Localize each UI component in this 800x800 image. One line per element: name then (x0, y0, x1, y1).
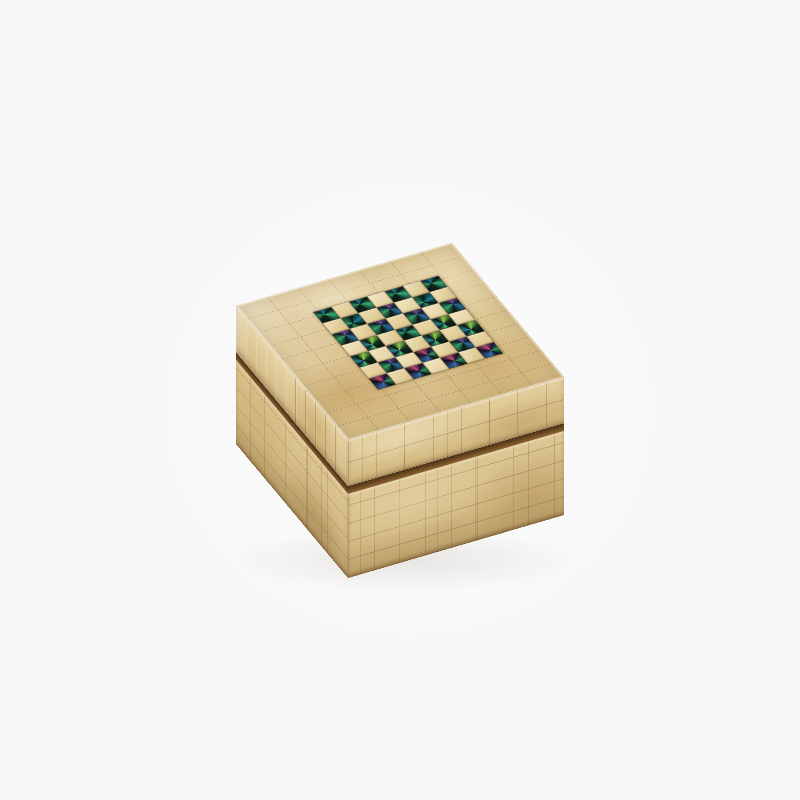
product-photo (0, 0, 800, 800)
checkerboard (312, 275, 504, 390)
